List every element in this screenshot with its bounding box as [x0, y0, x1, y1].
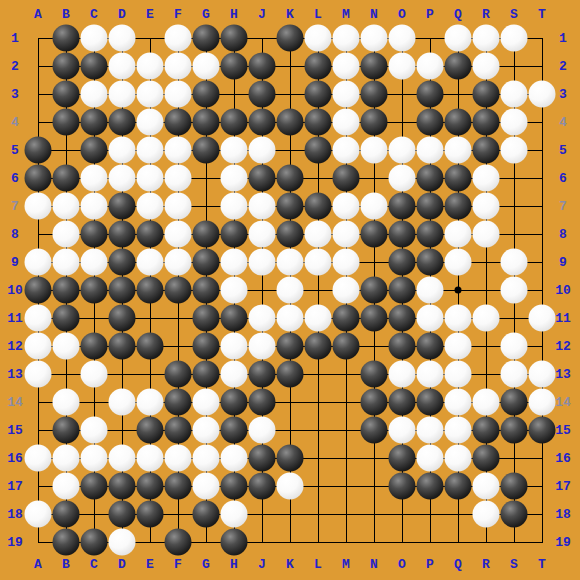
white-stone: [361, 137, 388, 164]
white-stone: [501, 249, 528, 276]
col-label: C: [90, 7, 98, 22]
white-stone: [165, 81, 192, 108]
white-stone: [445, 249, 472, 276]
white-stone: [389, 165, 416, 192]
white-stone: [417, 417, 444, 444]
white-stone: [25, 193, 52, 220]
black-stone: [165, 361, 192, 388]
black-stone: [249, 81, 276, 108]
black-stone: [193, 249, 220, 276]
white-stone: [25, 249, 52, 276]
white-stone: [109, 389, 136, 416]
black-stone: [473, 137, 500, 164]
white-stone: [445, 333, 472, 360]
black-stone: [417, 389, 444, 416]
white-stone: [445, 389, 472, 416]
black-stone: [193, 333, 220, 360]
black-stone: [249, 53, 276, 80]
row-label: 1: [11, 31, 19, 46]
col-label: B: [62, 557, 70, 572]
black-stone: [193, 137, 220, 164]
black-stone: [417, 221, 444, 248]
white-stone: [473, 501, 500, 528]
white-stone: [249, 417, 276, 444]
col-label: H: [230, 7, 238, 22]
white-stone: [389, 417, 416, 444]
black-stone: [109, 109, 136, 136]
black-stone: [417, 333, 444, 360]
black-stone: [417, 193, 444, 220]
black-stone: [473, 109, 500, 136]
white-stone: [193, 417, 220, 444]
black-stone: [53, 165, 80, 192]
black-stone: [193, 277, 220, 304]
white-stone: [137, 165, 164, 192]
white-stone: [109, 53, 136, 80]
black-stone: [277, 165, 304, 192]
black-stone: [277, 221, 304, 248]
white-stone: [333, 81, 360, 108]
white-stone: [473, 221, 500, 248]
white-stone: [501, 333, 528, 360]
white-stone: [165, 221, 192, 248]
col-label: M: [342, 557, 350, 572]
black-stone: [221, 109, 248, 136]
white-stone: [305, 25, 332, 52]
row-label: 7: [559, 199, 567, 214]
white-stone: [81, 417, 108, 444]
white-stone: [25, 445, 52, 472]
black-stone: [109, 305, 136, 332]
black-stone: [445, 165, 472, 192]
black-stone: [389, 221, 416, 248]
white-stone: [193, 53, 220, 80]
white-stone: [137, 109, 164, 136]
black-stone: [165, 389, 192, 416]
black-stone: [361, 361, 388, 388]
row-label: 3: [559, 87, 567, 102]
white-stone: [53, 473, 80, 500]
star-point: [455, 287, 462, 294]
black-stone: [193, 81, 220, 108]
white-stone: [249, 193, 276, 220]
white-stone: [25, 305, 52, 332]
black-stone: [137, 333, 164, 360]
row-label: 5: [11, 143, 19, 158]
row-label: 18: [7, 507, 23, 522]
white-stone: [249, 305, 276, 332]
black-stone: [277, 193, 304, 220]
white-stone: [305, 249, 332, 276]
col-label: O: [398, 7, 406, 22]
white-stone: [165, 193, 192, 220]
col-label: L: [314, 7, 322, 22]
black-stone: [109, 473, 136, 500]
white-stone: [529, 389, 556, 416]
row-label: 5: [559, 143, 567, 158]
black-stone: [221, 417, 248, 444]
row-label: 19: [555, 535, 571, 550]
black-stone: [81, 221, 108, 248]
white-stone: [473, 473, 500, 500]
white-stone: [277, 473, 304, 500]
col-label: K: [286, 7, 294, 22]
black-stone: [53, 305, 80, 332]
black-stone: [333, 165, 360, 192]
black-stone: [417, 109, 444, 136]
white-stone: [501, 361, 528, 388]
black-stone: [305, 109, 332, 136]
black-stone: [389, 249, 416, 276]
black-stone: [417, 165, 444, 192]
row-label: 13: [555, 367, 571, 382]
white-stone: [249, 333, 276, 360]
row-label: 4: [11, 115, 19, 130]
col-label: Q: [454, 557, 462, 572]
black-stone: [249, 361, 276, 388]
row-label: 14: [555, 395, 571, 410]
white-stone: [473, 193, 500, 220]
white-stone: [25, 333, 52, 360]
white-stone: [249, 137, 276, 164]
white-stone: [501, 137, 528, 164]
white-stone: [221, 165, 248, 192]
col-label: J: [258, 7, 266, 22]
black-stone: [417, 249, 444, 276]
col-label: N: [370, 7, 378, 22]
row-label: 3: [11, 87, 19, 102]
black-stone: [389, 473, 416, 500]
white-stone: [165, 249, 192, 276]
white-stone: [81, 165, 108, 192]
white-stone: [445, 445, 472, 472]
white-stone: [417, 361, 444, 388]
row-label: 19: [7, 535, 23, 550]
go-board[interactable]: AABBCCDDEEFFGGHHJJKKLLMMNNOOPPQQRRSSTT11…: [0, 0, 580, 580]
white-stone: [389, 53, 416, 80]
row-label: 6: [559, 171, 567, 186]
white-stone: [137, 81, 164, 108]
white-stone: [277, 277, 304, 304]
black-stone: [109, 193, 136, 220]
white-stone: [305, 221, 332, 248]
white-stone: [417, 277, 444, 304]
white-stone: [109, 445, 136, 472]
row-label: 12: [555, 339, 571, 354]
white-stone: [473, 165, 500, 192]
col-label: L: [314, 557, 322, 572]
white-stone: [445, 221, 472, 248]
white-stone: [109, 25, 136, 52]
white-stone: [333, 221, 360, 248]
col-label: B: [62, 7, 70, 22]
white-stone: [333, 109, 360, 136]
white-stone: [361, 193, 388, 220]
black-stone: [417, 473, 444, 500]
white-stone: [361, 25, 388, 52]
black-stone: [501, 473, 528, 500]
white-stone: [137, 193, 164, 220]
white-stone: [53, 445, 80, 472]
black-stone: [109, 333, 136, 360]
col-label: A: [34, 7, 42, 22]
black-stone: [361, 305, 388, 332]
black-stone: [361, 389, 388, 416]
white-stone: [473, 305, 500, 332]
row-label: 10: [7, 283, 23, 298]
white-stone: [417, 137, 444, 164]
black-stone: [249, 109, 276, 136]
black-stone: [361, 277, 388, 304]
row-label: 11: [7, 311, 23, 326]
black-stone: [221, 389, 248, 416]
col-label: D: [118, 7, 126, 22]
black-stone: [53, 529, 80, 556]
white-stone: [221, 137, 248, 164]
col-label: H: [230, 557, 238, 572]
black-stone: [53, 109, 80, 136]
col-label: E: [146, 557, 154, 572]
col-label: E: [146, 7, 154, 22]
white-stone: [53, 333, 80, 360]
white-stone: [221, 249, 248, 276]
row-label: 10: [555, 283, 571, 298]
row-label: 14: [7, 395, 23, 410]
col-label: C: [90, 557, 98, 572]
black-stone: [221, 529, 248, 556]
black-stone: [25, 165, 52, 192]
white-stone: [249, 221, 276, 248]
black-stone: [137, 473, 164, 500]
black-stone: [81, 137, 108, 164]
white-stone: [389, 137, 416, 164]
white-stone: [25, 501, 52, 528]
black-stone: [305, 81, 332, 108]
row-label: 17: [7, 479, 23, 494]
row-label: 9: [11, 255, 19, 270]
row-label: 16: [7, 451, 23, 466]
black-stone: [277, 333, 304, 360]
black-stone: [361, 53, 388, 80]
white-stone: [501, 277, 528, 304]
black-stone: [333, 333, 360, 360]
col-label: S: [510, 7, 518, 22]
black-stone: [249, 445, 276, 472]
white-stone: [333, 193, 360, 220]
black-stone: [165, 277, 192, 304]
col-label: M: [342, 7, 350, 22]
col-label: P: [426, 557, 434, 572]
row-label: 7: [11, 199, 19, 214]
black-stone: [81, 333, 108, 360]
black-stone: [53, 417, 80, 444]
white-stone: [333, 249, 360, 276]
row-label: 6: [11, 171, 19, 186]
white-stone: [445, 417, 472, 444]
white-stone: [529, 305, 556, 332]
black-stone: [221, 221, 248, 248]
white-stone: [53, 221, 80, 248]
col-label: G: [202, 557, 210, 572]
black-stone: [277, 25, 304, 52]
black-stone: [25, 137, 52, 164]
row-label: 8: [559, 227, 567, 242]
black-stone: [137, 277, 164, 304]
white-stone: [109, 137, 136, 164]
white-stone: [81, 361, 108, 388]
row-label: 12: [7, 339, 23, 354]
black-stone: [81, 277, 108, 304]
black-stone: [53, 25, 80, 52]
col-label: F: [174, 7, 182, 22]
white-stone: [389, 361, 416, 388]
black-stone: [109, 277, 136, 304]
row-label: 9: [559, 255, 567, 270]
black-stone: [137, 501, 164, 528]
black-stone: [389, 389, 416, 416]
black-stone: [165, 417, 192, 444]
black-stone: [165, 529, 192, 556]
black-stone: [221, 25, 248, 52]
white-stone: [333, 277, 360, 304]
white-stone: [221, 445, 248, 472]
black-stone: [81, 53, 108, 80]
white-stone: [473, 25, 500, 52]
black-stone: [389, 277, 416, 304]
black-stone: [193, 501, 220, 528]
black-stone: [305, 193, 332, 220]
black-stone: [389, 333, 416, 360]
white-stone: [333, 53, 360, 80]
white-stone: [501, 109, 528, 136]
col-label: P: [426, 7, 434, 22]
white-stone: [109, 165, 136, 192]
black-stone: [221, 473, 248, 500]
black-stone: [193, 361, 220, 388]
white-stone: [445, 25, 472, 52]
black-stone: [53, 81, 80, 108]
black-stone: [277, 361, 304, 388]
col-label: T: [538, 7, 546, 22]
white-stone: [25, 361, 52, 388]
white-stone: [81, 193, 108, 220]
black-stone: [445, 53, 472, 80]
black-stone: [473, 81, 500, 108]
white-stone: [221, 277, 248, 304]
col-label: Q: [454, 7, 462, 22]
black-stone: [361, 417, 388, 444]
white-stone: [137, 53, 164, 80]
black-stone: [277, 109, 304, 136]
white-stone: [81, 25, 108, 52]
white-stone: [277, 305, 304, 332]
col-label: N: [370, 557, 378, 572]
black-stone: [81, 473, 108, 500]
white-stone: [305, 305, 332, 332]
white-stone: [193, 389, 220, 416]
white-stone: [221, 333, 248, 360]
black-stone: [305, 137, 332, 164]
black-stone: [193, 305, 220, 332]
black-stone: [305, 333, 332, 360]
black-stone: [389, 305, 416, 332]
black-stone: [53, 277, 80, 304]
black-stone: [361, 109, 388, 136]
white-stone: [473, 389, 500, 416]
black-stone: [417, 81, 444, 108]
black-stone: [221, 53, 248, 80]
black-stone: [193, 109, 220, 136]
white-stone: [417, 53, 444, 80]
white-stone: [193, 445, 220, 472]
col-label: F: [174, 557, 182, 572]
black-stone: [249, 473, 276, 500]
black-stone: [109, 501, 136, 528]
row-label: 2: [11, 59, 19, 74]
white-stone: [165, 53, 192, 80]
white-stone: [501, 25, 528, 52]
white-stone: [389, 25, 416, 52]
black-stone: [389, 445, 416, 472]
white-stone: [333, 25, 360, 52]
white-stone: [137, 137, 164, 164]
row-label: 15: [7, 423, 23, 438]
white-stone: [221, 193, 248, 220]
black-stone: [221, 305, 248, 332]
black-stone: [501, 389, 528, 416]
black-stone: [389, 193, 416, 220]
row-label: 8: [11, 227, 19, 242]
white-stone: [165, 137, 192, 164]
black-stone: [277, 445, 304, 472]
col-label: G: [202, 7, 210, 22]
black-stone: [165, 109, 192, 136]
black-stone: [249, 165, 276, 192]
row-label: 2: [559, 59, 567, 74]
white-stone: [137, 445, 164, 472]
col-label: T: [538, 557, 546, 572]
white-stone: [333, 137, 360, 164]
white-stone: [445, 361, 472, 388]
white-stone: [221, 361, 248, 388]
white-stone: [249, 249, 276, 276]
black-stone: [137, 221, 164, 248]
white-stone: [53, 249, 80, 276]
row-label: 4: [559, 115, 567, 130]
white-stone: [417, 445, 444, 472]
white-stone: [445, 137, 472, 164]
col-label: D: [118, 557, 126, 572]
black-stone: [109, 249, 136, 276]
white-stone: [165, 165, 192, 192]
black-stone: [193, 221, 220, 248]
black-stone: [81, 529, 108, 556]
white-stone: [165, 25, 192, 52]
white-stone: [417, 305, 444, 332]
black-stone: [445, 193, 472, 220]
col-label: J: [258, 557, 266, 572]
col-label: R: [482, 7, 490, 22]
black-stone: [81, 109, 108, 136]
row-label: 16: [555, 451, 571, 466]
col-label: A: [34, 557, 42, 572]
black-stone: [529, 417, 556, 444]
black-stone: [249, 389, 276, 416]
white-stone: [53, 389, 80, 416]
black-stone: [361, 81, 388, 108]
black-stone: [53, 501, 80, 528]
row-label: 17: [555, 479, 571, 494]
